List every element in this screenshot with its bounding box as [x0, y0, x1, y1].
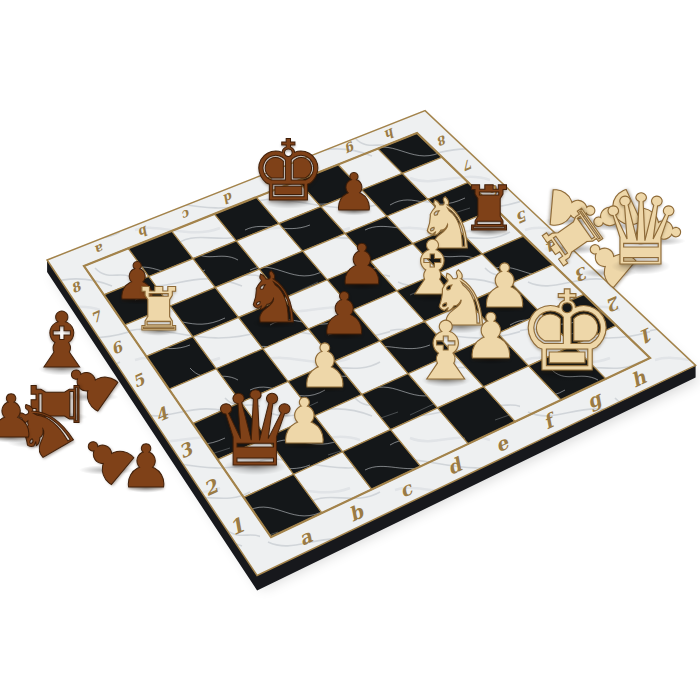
bishop-glyph: ♝: [409, 311, 481, 392]
knight-glyph: ♞: [242, 263, 305, 333]
pieces-layer: ♚♛♜♞♟♟♟♟♚♜♝♝♞♞♟♟♟♟♝♟♟♜♞♟♟♟♟♜♟♟♛: [0, 0, 700, 700]
queen-glyph: ♛: [597, 182, 684, 280]
pawn-glyph: ♟: [331, 167, 377, 219]
rook-glyph: ♜: [132, 280, 185, 340]
pawn-glyph: ♟: [119, 437, 172, 496]
king-glyph: ♚: [251, 129, 327, 213]
chessboard-photo: aa88bb77cc66dd55ee44ff33gg22hh11 ♚♛♜♞♟♟♟…: [0, 0, 700, 700]
queen-glyph: ♛: [209, 378, 301, 481]
pawn-glyph: ♟: [0, 387, 38, 446]
king-glyph: ♚: [517, 277, 617, 388]
